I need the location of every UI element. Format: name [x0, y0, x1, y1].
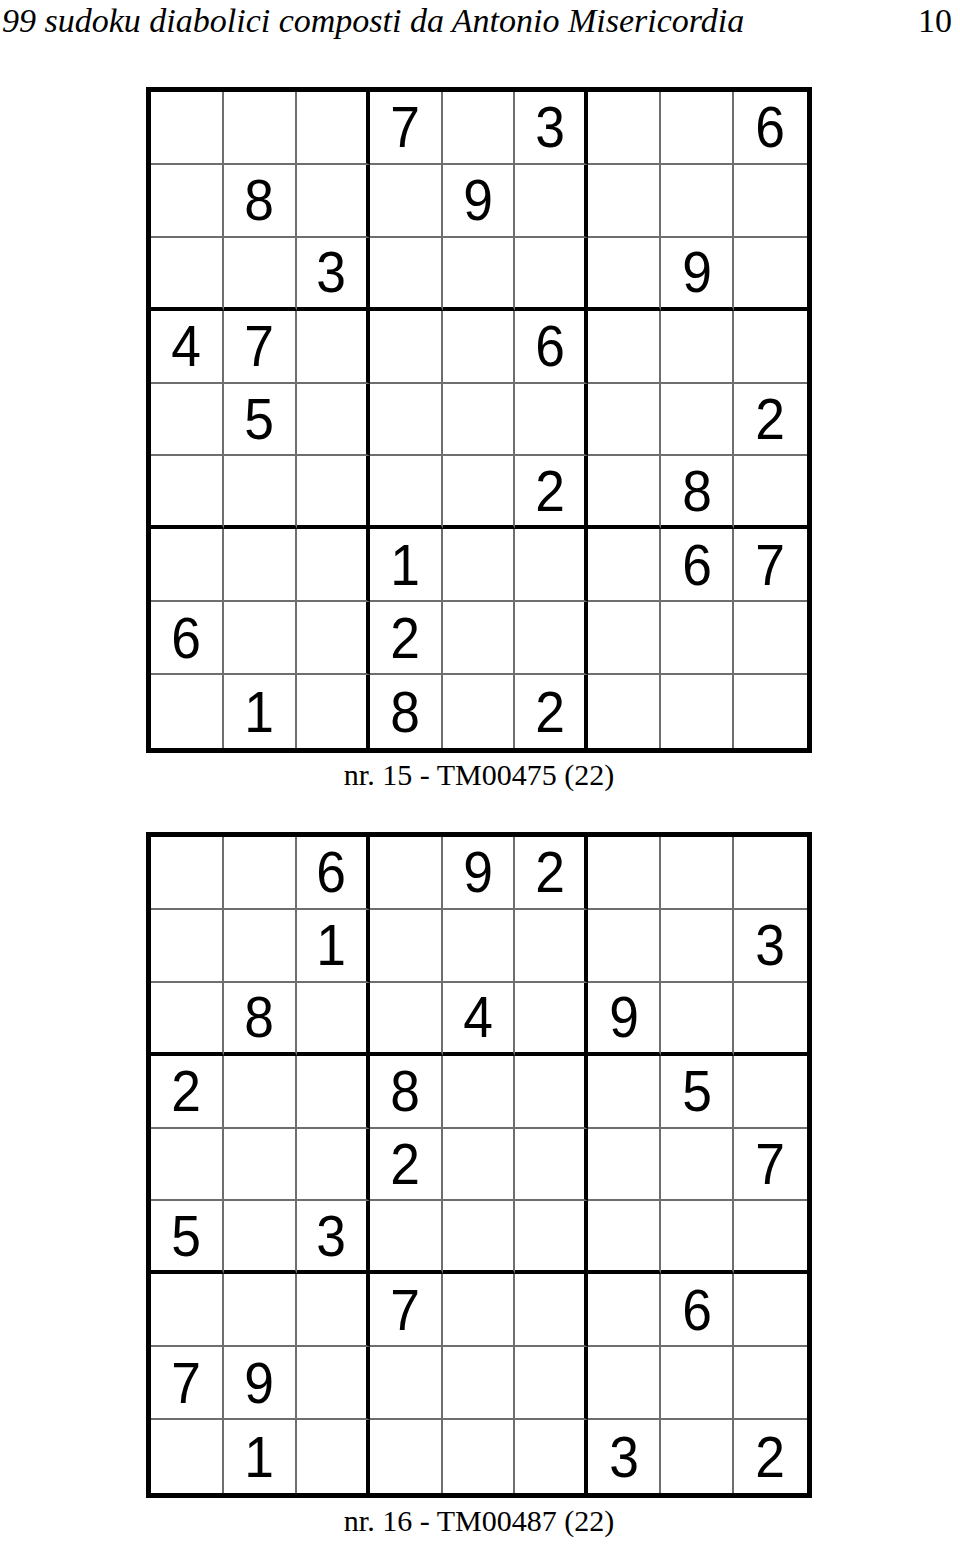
page-header: 99 sudoku diabolici composti da Antonio …	[2, 2, 952, 39]
sudoku-cell-r3c9	[734, 983, 807, 1056]
sudoku-cell-r9c4: 8	[370, 675, 443, 748]
sudoku-cell-r5c9: 7	[734, 1129, 807, 1202]
sudoku-cell-r6c2	[224, 456, 297, 529]
sudoku-cell-r1c3: 6	[297, 837, 370, 910]
sudoku-cell-r6c7	[588, 456, 661, 529]
sudoku-cell-r3c2	[224, 238, 297, 311]
given-digit: 6	[172, 609, 202, 667]
given-digit: 7	[390, 98, 420, 156]
sudoku-cell-r3c7	[588, 238, 661, 311]
sudoku-cell-r4c4: 8	[370, 1056, 443, 1129]
sudoku-cell-r4c3	[297, 1056, 370, 1129]
sudoku-cell-r1c2	[224, 837, 297, 910]
sudoku-cell-r5c3	[297, 384, 370, 457]
sudoku-cell-r8c5	[443, 1347, 516, 1420]
given-digit: 6	[535, 317, 565, 375]
sudoku-cell-r5c7	[588, 384, 661, 457]
given-digit: 1	[244, 683, 274, 741]
sudoku-cell-r3c2: 8	[224, 983, 297, 1056]
sudoku-cell-r1c7	[588, 837, 661, 910]
sudoku-cell-r8c9	[734, 1347, 807, 1420]
sudoku-cell-r3c3: 3	[297, 238, 370, 311]
sudoku-cell-r8c3	[297, 602, 370, 675]
sudoku-cell-r9c9: 2	[734, 1420, 807, 1493]
sudoku-cell-r9c8	[661, 675, 734, 748]
sudoku-cell-r2c2	[224, 910, 297, 983]
document-page: 99 sudoku diabolici composti da Antonio …	[0, 0, 960, 1545]
sudoku-cell-r4c7	[588, 1056, 661, 1129]
sudoku-cell-r2c2: 8	[224, 165, 297, 238]
sudoku-cell-r7c5	[443, 529, 516, 602]
sudoku-cell-r1c7	[588, 92, 661, 165]
sudoku-cell-r1c6: 2	[515, 837, 588, 910]
sudoku-cell-r3c6	[515, 983, 588, 1056]
sudoku-cell-r6c2	[224, 1201, 297, 1274]
given-digit: 3	[609, 1428, 639, 1486]
sudoku-cell-r1c5: 9	[443, 837, 516, 910]
sudoku-cell-r6c5	[443, 1201, 516, 1274]
sudoku-cell-r3c1	[151, 983, 224, 1056]
sudoku-cell-r3c4	[370, 238, 443, 311]
sudoku-cell-r7c4: 1	[370, 529, 443, 602]
sudoku-cell-r3c8: 9	[661, 238, 734, 311]
sudoku-cell-r5c5	[443, 1129, 516, 1202]
sudoku-cell-r5c3	[297, 1129, 370, 1202]
sudoku-cell-r8c1: 6	[151, 602, 224, 675]
sudoku-cell-r2c8	[661, 910, 734, 983]
sudoku-cell-r1c5	[443, 92, 516, 165]
sudoku-cell-r7c9	[734, 1274, 807, 1347]
sudoku-cell-r4c8	[661, 311, 734, 384]
sudoku-cell-r4c5	[443, 311, 516, 384]
given-digit: 9	[682, 243, 712, 301]
given-digit: 7	[172, 1354, 202, 1412]
sudoku-cell-r5c8	[661, 1129, 734, 1202]
given-digit: 2	[535, 683, 565, 741]
given-digit: 6	[316, 843, 346, 901]
sudoku-cell-r8c3	[297, 1347, 370, 1420]
sudoku-cell-r2c7	[588, 910, 661, 983]
sudoku-cell-r5c4	[370, 384, 443, 457]
sudoku-cell-r3c9	[734, 238, 807, 311]
given-digit: 9	[244, 1354, 274, 1412]
sudoku-cell-r7c1	[151, 529, 224, 602]
sudoku-cell-r6c6	[515, 1201, 588, 1274]
sudoku-cell-r2c1	[151, 910, 224, 983]
sudoku-grid-1: 7368939476522816762182	[146, 87, 812, 753]
given-digit: 6	[756, 98, 786, 156]
sudoku-cell-r7c6	[515, 529, 588, 602]
given-digit: 7	[390, 1281, 420, 1339]
sudoku-cell-r3c8	[661, 983, 734, 1056]
given-digit: 1	[244, 1428, 274, 1486]
sudoku-cell-r9c3	[297, 675, 370, 748]
sudoku-cell-r7c2	[224, 1274, 297, 1347]
sudoku-cell-r5c2	[224, 1129, 297, 1202]
given-digit: 1	[390, 536, 420, 594]
sudoku-cell-r6c4	[370, 456, 443, 529]
sudoku-cell-r9c6: 2	[515, 675, 588, 748]
given-digit: 2	[172, 1062, 202, 1120]
given-digit: 3	[316, 243, 346, 301]
sudoku-cell-r5c6	[515, 384, 588, 457]
sudoku-cell-r8c4: 2	[370, 602, 443, 675]
sudoku-cell-r8c9	[734, 602, 807, 675]
sudoku-cell-r4c5	[443, 1056, 516, 1129]
sudoku-cell-r3c1	[151, 238, 224, 311]
given-digit: 3	[535, 98, 565, 156]
sudoku-cell-r9c7	[588, 675, 661, 748]
sudoku-cell-r7c8: 6	[661, 529, 734, 602]
sudoku-cell-r5c9: 2	[734, 384, 807, 457]
given-digit: 2	[535, 843, 565, 901]
sudoku-cell-r6c1	[151, 456, 224, 529]
sudoku-cell-r9c1	[151, 675, 224, 748]
given-digit: 2	[535, 462, 565, 520]
sudoku-cell-r2c9: 3	[734, 910, 807, 983]
given-digit: 8	[390, 1062, 420, 1120]
sudoku-cell-r6c8	[661, 1201, 734, 1274]
sudoku-cell-r5c5	[443, 384, 516, 457]
sudoku-cell-r7c7	[588, 1274, 661, 1347]
sudoku-cell-r5c4: 2	[370, 1129, 443, 1202]
given-digit: 8	[390, 683, 420, 741]
given-digit: 3	[316, 1207, 346, 1265]
sudoku-cell-r9c6	[515, 1420, 588, 1493]
sudoku-cell-r8c6	[515, 602, 588, 675]
sudoku-cell-r8c6	[515, 1347, 588, 1420]
sudoku-cell-r1c9	[734, 837, 807, 910]
given-digit: 3	[756, 916, 786, 974]
given-digit: 9	[463, 843, 493, 901]
sudoku-cell-r9c5	[443, 675, 516, 748]
given-digit: 5	[172, 1207, 202, 1265]
sudoku-cell-r5c2: 5	[224, 384, 297, 457]
sudoku-cell-r3c4	[370, 983, 443, 1056]
sudoku-cell-r9c3	[297, 1420, 370, 1493]
sudoku-cell-r2c4	[370, 910, 443, 983]
sudoku-cell-r4c7	[588, 311, 661, 384]
sudoku-cell-r3c3	[297, 983, 370, 1056]
sudoku-cell-r6c9	[734, 1201, 807, 1274]
sudoku-cell-r1c9: 6	[734, 92, 807, 165]
sudoku-cell-r4c9	[734, 1056, 807, 1129]
given-digit: 8	[682, 462, 712, 520]
sudoku-cell-r5c6	[515, 1129, 588, 1202]
sudoku-cell-r4c8: 5	[661, 1056, 734, 1129]
sudoku-cell-r2c6	[515, 910, 588, 983]
sudoku-cell-r7c8: 6	[661, 1274, 734, 1347]
sudoku-cell-r9c5	[443, 1420, 516, 1493]
sudoku-cell-r9c7: 3	[588, 1420, 661, 1493]
puzzle-caption-2: nr. 16 - TM00487 (22)	[146, 1503, 812, 1539]
given-digit: 2	[390, 1135, 420, 1193]
sudoku-cell-r2c5: 9	[443, 165, 516, 238]
given-digit: 9	[609, 988, 639, 1046]
sudoku-cell-r7c9: 7	[734, 529, 807, 602]
sudoku-cell-r1c8	[661, 92, 734, 165]
sudoku-cell-r9c2: 1	[224, 1420, 297, 1493]
sudoku-cell-r7c7	[588, 529, 661, 602]
sudoku-cell-r9c2: 1	[224, 675, 297, 748]
sudoku-cell-r9c9	[734, 675, 807, 748]
sudoku-cell-r8c7	[588, 602, 661, 675]
sudoku-cell-r4c3	[297, 311, 370, 384]
sudoku-cell-r2c8	[661, 165, 734, 238]
puzzle-caption-1: nr. 15 - TM00475 (22)	[146, 757, 812, 793]
sudoku-cell-r2c6	[515, 165, 588, 238]
sudoku-cell-r5c1	[151, 1129, 224, 1202]
sudoku-cell-r3c7: 9	[588, 983, 661, 1056]
sudoku-cell-r8c8	[661, 1347, 734, 1420]
sudoku-cell-r7c4: 7	[370, 1274, 443, 1347]
sudoku-cell-r9c4	[370, 1420, 443, 1493]
given-digit: 7	[756, 536, 786, 594]
sudoku-cell-r6c7	[588, 1201, 661, 1274]
given-digit: 1	[316, 916, 346, 974]
sudoku-cell-r6c9	[734, 456, 807, 529]
sudoku-cell-r2c3: 1	[297, 910, 370, 983]
sudoku-cell-r2c9	[734, 165, 807, 238]
given-digit: 6	[682, 1281, 712, 1339]
given-digit: 2	[390, 609, 420, 667]
given-digit: 6	[682, 536, 712, 594]
given-digit: 7	[244, 317, 274, 375]
sudoku-cell-r7c2	[224, 529, 297, 602]
sudoku-cell-r3c5: 4	[443, 983, 516, 1056]
sudoku-cell-r1c4: 7	[370, 92, 443, 165]
sudoku-cell-r4c9	[734, 311, 807, 384]
sudoku-cell-r7c3	[297, 1274, 370, 1347]
sudoku-cell-r5c1	[151, 384, 224, 457]
sudoku-cell-r1c2	[224, 92, 297, 165]
sudoku-cell-r5c8	[661, 384, 734, 457]
page-title: 99 sudoku diabolici composti da Antonio …	[2, 2, 744, 39]
sudoku-cell-r6c8: 8	[661, 456, 734, 529]
sudoku-cell-r1c6: 3	[515, 92, 588, 165]
sudoku-cell-r1c1	[151, 837, 224, 910]
sudoku-cell-r3c6	[515, 238, 588, 311]
given-digit: 5	[244, 390, 274, 448]
given-digit: 8	[244, 171, 274, 229]
sudoku-cell-r6c3: 3	[297, 1201, 370, 1274]
sudoku-cell-r2c5	[443, 910, 516, 983]
sudoku-cell-r7c5	[443, 1274, 516, 1347]
given-digit: 2	[756, 390, 786, 448]
sudoku-cell-r1c8	[661, 837, 734, 910]
sudoku-cell-r9c1	[151, 1420, 224, 1493]
sudoku-cell-r4c6: 6	[515, 311, 588, 384]
page-number: 10	[918, 2, 952, 39]
given-digit: 8	[244, 988, 274, 1046]
sudoku-cell-r4c2	[224, 1056, 297, 1129]
sudoku-cell-r4c1: 4	[151, 311, 224, 384]
sudoku-cell-r6c1: 5	[151, 1201, 224, 1274]
sudoku-cell-r5c7	[588, 1129, 661, 1202]
sudoku-cell-r6c4	[370, 1201, 443, 1274]
sudoku-cell-r4c4	[370, 311, 443, 384]
sudoku-cell-r2c7	[588, 165, 661, 238]
sudoku-cell-r8c2: 9	[224, 1347, 297, 1420]
sudoku-cell-r8c1: 7	[151, 1347, 224, 1420]
sudoku-cell-r9c8	[661, 1420, 734, 1493]
sudoku-cell-r3c5	[443, 238, 516, 311]
given-digit: 7	[756, 1135, 786, 1193]
given-digit: 5	[682, 1062, 712, 1120]
sudoku-cell-r2c3	[297, 165, 370, 238]
sudoku-cell-r8c8	[661, 602, 734, 675]
sudoku-cell-r2c4	[370, 165, 443, 238]
given-digit: 4	[172, 317, 202, 375]
given-digit: 4	[463, 988, 493, 1046]
sudoku-cell-r4c6	[515, 1056, 588, 1129]
sudoku-cell-r4c1: 2	[151, 1056, 224, 1129]
sudoku-cell-r1c1	[151, 92, 224, 165]
sudoku-cell-r8c4	[370, 1347, 443, 1420]
sudoku-cell-r8c7	[588, 1347, 661, 1420]
sudoku-cell-r7c1	[151, 1274, 224, 1347]
sudoku-cell-r6c3	[297, 456, 370, 529]
sudoku-cell-r8c5	[443, 602, 516, 675]
sudoku-cell-r2c1	[151, 165, 224, 238]
given-digit: 9	[463, 171, 493, 229]
sudoku-cell-r7c3	[297, 529, 370, 602]
sudoku-grid-2: 6921384928527537679132	[146, 832, 812, 1498]
sudoku-cell-r1c3	[297, 92, 370, 165]
sudoku-cell-r7c6	[515, 1274, 588, 1347]
sudoku-cell-r1c4	[370, 837, 443, 910]
sudoku-cell-r4c2: 7	[224, 311, 297, 384]
given-digit: 2	[756, 1428, 786, 1486]
sudoku-cell-r8c2	[224, 602, 297, 675]
sudoku-cell-r6c6: 2	[515, 456, 588, 529]
sudoku-cell-r6c5	[443, 456, 516, 529]
